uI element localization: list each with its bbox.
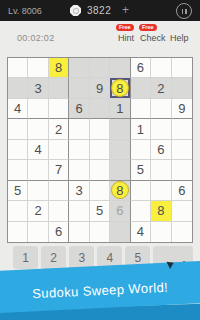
- same-number-ring: 8: [111, 79, 129, 97]
- sudoku-cell-r7c3[interactable]: [49, 181, 69, 201]
- sudoku-cell-r9c5[interactable]: [90, 222, 110, 242]
- sudoku-cell-r3c1[interactable]: 4: [8, 99, 28, 119]
- numpad-key-2[interactable]: 2: [41, 246, 66, 269]
- top-bar: Lv. 8006 3822 +: [0, 0, 200, 21]
- sudoku-cell-r1c6[interactable]: [110, 58, 130, 78]
- sudoku-cell-r7c5[interactable]: [90, 181, 110, 201]
- sudoku-cell-r5c7[interactable]: [131, 140, 151, 160]
- sudoku-cell-r4c4[interactable]: [69, 119, 89, 139]
- hint-button[interactable]: Hint: [118, 33, 134, 43]
- sudoku-cell-r8c8[interactable]: 8: [151, 201, 171, 221]
- numpad-key-1[interactable]: 1: [13, 246, 38, 269]
- sudoku-cell-r4c1[interactable]: [8, 119, 28, 139]
- sudoku-cell-r5c2[interactable]: 4: [28, 140, 48, 160]
- sudoku-cell-r5c6[interactable]: [110, 140, 130, 160]
- check-button[interactable]: Check: [140, 33, 166, 43]
- sudoku-cell-r9c7[interactable]: 4: [131, 222, 151, 242]
- sudoku-cell-r3c6[interactable]: 1: [110, 99, 130, 119]
- sudoku-cell-r6c1[interactable]: [8, 160, 28, 180]
- sudoku-cell-r4c6[interactable]: [110, 119, 130, 139]
- sudoku-cell-r9c4[interactable]: [69, 222, 89, 242]
- sudoku-cell-r6c9[interactable]: [172, 160, 192, 180]
- timer: 00:02:02: [17, 33, 54, 43]
- sudoku-cell-r3c4[interactable]: 6: [69, 99, 89, 119]
- gem-count: 3822: [87, 5, 111, 16]
- same-number-ring: 8: [111, 181, 129, 199]
- pause-icon: [182, 9, 184, 14]
- sudoku-cell-r2c7[interactable]: [131, 78, 151, 98]
- sudoku-cell-r6c4[interactable]: [69, 160, 89, 180]
- sudoku-cell-r3c2[interactable]: [28, 99, 48, 119]
- sudoku-cell-r7c6[interactable]: 8: [110, 181, 130, 201]
- sudoku-cell-r7c9[interactable]: 6: [172, 181, 192, 201]
- sudoku-cell-r6c5[interactable]: [90, 160, 110, 180]
- sudoku-cell-r4c8[interactable]: [151, 119, 171, 139]
- sudoku-cell-r2c2[interactable]: 3: [28, 78, 48, 98]
- sudoku-cell-r2c6[interactable]: 8: [110, 78, 130, 98]
- sudoku-cell-r9c2[interactable]: [28, 222, 48, 242]
- help-button[interactable]: Help: [170, 33, 189, 43]
- check-free-badge: Free: [139, 24, 157, 31]
- add-gems-button[interactable]: +: [122, 3, 129, 17]
- level-label: Lv. 8006: [8, 6, 42, 16]
- sudoku-cell-r2c4[interactable]: [69, 78, 89, 98]
- sudoku-cell-r7c8[interactable]: [151, 181, 171, 201]
- sudoku-grid: 86398246192146755386256864: [7, 57, 193, 243]
- sudoku-cell-r6c3[interactable]: 7: [49, 160, 69, 180]
- sudoku-cell-r3c5[interactable]: [90, 99, 110, 119]
- sudoku-cell-r1c1[interactable]: [8, 58, 28, 78]
- sudoku-cell-r6c8[interactable]: [151, 160, 171, 180]
- sudoku-cell-r5c4[interactable]: [69, 140, 89, 160]
- sudoku-cell-r2c8[interactable]: 2: [151, 78, 171, 98]
- sudoku-cell-r3c9[interactable]: 9: [172, 99, 192, 119]
- sudoku-cell-r5c5[interactable]: [90, 140, 110, 160]
- gem-icon: [70, 5, 81, 16]
- sudoku-cell-r9c1[interactable]: [8, 222, 28, 242]
- sudoku-cell-r8c4[interactable]: [69, 201, 89, 221]
- sudoku-cell-r9c9[interactable]: [172, 222, 192, 242]
- sudoku-cell-r2c5[interactable]: 9: [90, 78, 110, 98]
- sudoku-cell-r6c6[interactable]: [110, 160, 130, 180]
- status-row: 00:02:02 Free Free Hint Check Help: [0, 21, 200, 57]
- sudoku-cell-r3c3[interactable]: [49, 99, 69, 119]
- sudoku-cell-r1c5[interactable]: [90, 58, 110, 78]
- sudoku-cell-r8c6[interactable]: 6: [110, 201, 130, 221]
- sudoku-cell-r4c7[interactable]: 1: [131, 119, 151, 139]
- sudoku-cell-r1c8[interactable]: [151, 58, 171, 78]
- sudoku-cell-r5c9[interactable]: [172, 140, 192, 160]
- sudoku-cell-r2c9[interactable]: [172, 78, 192, 98]
- sudoku-cell-r8c2[interactable]: 2: [28, 201, 48, 221]
- sudoku-cell-r5c3[interactable]: [49, 140, 69, 160]
- sudoku-cell-r7c1[interactable]: 5: [8, 181, 28, 201]
- sudoku-cell-r9c3[interactable]: 6: [49, 222, 69, 242]
- sudoku-cell-r1c2[interactable]: [28, 58, 48, 78]
- pause-icon: [185, 9, 187, 14]
- sudoku-cell-r8c9[interactable]: [172, 201, 192, 221]
- sudoku-cell-r4c9[interactable]: [172, 119, 192, 139]
- sudoku-cell-r1c7[interactable]: 6: [131, 58, 151, 78]
- sudoku-cell-r9c6[interactable]: [110, 222, 130, 242]
- sudoku-cell-r8c5[interactable]: 5: [90, 201, 110, 221]
- sudoku-cell-r7c7[interactable]: [131, 181, 151, 201]
- sudoku-cell-r1c9[interactable]: [172, 58, 192, 78]
- sudoku-cell-r6c7[interactable]: 5: [131, 160, 151, 180]
- sudoku-cell-r5c8[interactable]: 6: [151, 140, 171, 160]
- sudoku-cell-r8c1[interactable]: [8, 201, 28, 221]
- sudoku-cell-r2c3[interactable]: [49, 78, 69, 98]
- sudoku-cell-r8c7[interactable]: [131, 201, 151, 221]
- sudoku-cell-r5c1[interactable]: [8, 140, 28, 160]
- sudoku-cell-r9c8[interactable]: [151, 222, 171, 242]
- sudoku-cell-r1c3[interactable]: 8: [49, 58, 69, 78]
- sudoku-cell-r2c1[interactable]: [8, 78, 28, 98]
- sudoku-cell-r7c2[interactable]: [28, 181, 48, 201]
- sudoku-cell-r3c7[interactable]: [131, 99, 151, 119]
- sudoku-cell-r8c3[interactable]: [49, 201, 69, 221]
- sudoku-cell-r3c8[interactable]: [151, 99, 171, 119]
- sudoku-cell-r4c2[interactable]: [28, 119, 48, 139]
- ad-banner-text: Sudoku Sweep World!: [32, 280, 169, 302]
- sudoku-cell-r4c5[interactable]: [90, 119, 110, 139]
- sudoku-cell-r4c3[interactable]: 2: [49, 119, 69, 139]
- sudoku-cell-r6c2[interactable]: [28, 160, 48, 180]
- pause-button[interactable]: [176, 3, 192, 19]
- sudoku-cell-r7c4[interactable]: 3: [69, 181, 89, 201]
- sudoku-cell-r1c4[interactable]: [69, 58, 89, 78]
- hint-free-badge: Free: [116, 24, 134, 31]
